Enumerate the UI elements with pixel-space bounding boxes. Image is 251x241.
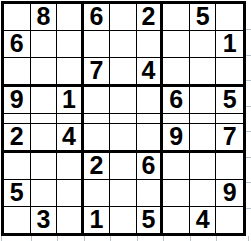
sheet-gridline-stub [137,236,138,241]
sheet-gridline-stub [246,55,251,56]
sudoku-board: 862561749165249726593154 [1,1,246,236]
cell-r6c3[interactable]: 4 [57,124,84,153]
cell-r4c5[interactable] [110,87,137,114]
cell-r4c3[interactable]: 1 [57,87,84,114]
cell-r9c7[interactable] [163,207,190,233]
cell-r8c1[interactable]: 5 [4,180,31,207]
cell-r6c6[interactable] [137,124,164,153]
cell-r7c6[interactable]: 6 [137,153,164,180]
cell-r6c2[interactable] [31,124,58,153]
cell-r7c3[interactable] [57,153,84,180]
cell-r1c4[interactable]: 6 [84,4,111,31]
sheet-gridline-stub [31,236,32,241]
cell-r5c8[interactable] [190,114,217,124]
cell-r3c5[interactable] [110,58,137,87]
cell-r1c6[interactable]: 2 [137,4,164,31]
cell-r2c7[interactable] [163,31,190,58]
cell-r7c7[interactable] [163,153,190,180]
cell-r8c2[interactable] [31,180,58,207]
cell-r2c4[interactable] [84,31,111,58]
cell-r3c2[interactable] [31,58,58,87]
cell-r6c7[interactable]: 9 [163,124,190,153]
cell-r6c1[interactable]: 2 [4,124,31,153]
cell-r7c9[interactable] [216,153,243,180]
cell-r4c6[interactable] [137,87,164,114]
cell-r1c1[interactable] [4,4,31,31]
cell-r7c4[interactable]: 2 [84,153,111,180]
cell-r9c3[interactable] [57,207,84,233]
sheet-gridline-stub [1,236,2,241]
cell-r7c5[interactable] [110,153,137,180]
cell-r9c2[interactable]: 3 [31,207,58,233]
cell-r4c2[interactable] [31,87,58,114]
cell-r3c4[interactable]: 7 [84,58,111,87]
cell-r3c9[interactable] [216,58,243,87]
sheet-gridline-stub [57,236,58,241]
cell-r7c8[interactable] [190,153,217,180]
cell-r3c3[interactable] [57,58,84,87]
cell-r4c9[interactable]: 5 [216,87,243,114]
cell-r8c7[interactable] [163,180,190,207]
cell-r8c6[interactable] [137,180,164,207]
cell-r9c4[interactable]: 1 [84,207,111,233]
cell-r2c9[interactable]: 1 [216,31,243,58]
sheet-gridline-stub [246,208,251,209]
cell-r8c4[interactable] [84,180,111,207]
sheet-gridline-stub [190,236,191,241]
cell-r2c1[interactable]: 6 [4,31,31,58]
cell-r1c5[interactable] [110,4,137,31]
cell-r1c7[interactable] [163,4,190,31]
sheet-gridline-stub [246,106,251,107]
cell-r9c8[interactable]: 4 [190,207,217,233]
cell-r2c8[interactable] [190,31,217,58]
sudoku-screenshot: 862561749165249726593154 [0,0,251,241]
sheet-gridline-stub [163,236,164,241]
sheet-gridline-stub [246,182,251,183]
cell-r9c1[interactable] [4,207,31,233]
cell-r5c4[interactable] [84,114,111,124]
cell-r2c5[interactable] [110,31,137,58]
cell-r5c6[interactable] [137,114,164,124]
cell-r8c5[interactable] [110,180,137,207]
cell-r3c7[interactable] [163,58,190,87]
cell-r5c5[interactable] [110,114,137,124]
cell-r8c3[interactable] [57,180,84,207]
cell-r1c9[interactable] [216,4,243,31]
cell-r9c5[interactable] [110,207,137,233]
cell-r1c3[interactable] [57,4,84,31]
cell-r7c2[interactable] [31,153,58,180]
cell-r2c6[interactable] [137,31,164,58]
cell-r4c4[interactable] [84,87,111,114]
cell-r1c8[interactable]: 5 [190,4,217,31]
sheet-gridline-stub [246,29,251,30]
cell-r3c6[interactable]: 4 [137,58,164,87]
sheet-gridline-stub [246,80,251,81]
cell-r6c5[interactable] [110,124,137,153]
cell-r4c1[interactable]: 9 [4,87,31,114]
sheet-gridline-stub [246,157,251,158]
cell-r1c2[interactable]: 8 [31,4,58,31]
sheet-gridline-stub [246,131,251,132]
sheet-gridline-stub [216,236,217,241]
cell-r6c9[interactable]: 7 [216,124,243,153]
cell-r7c1[interactable] [4,153,31,180]
cell-r6c8[interactable] [190,124,217,153]
sheet-gridline-stub [248,236,249,241]
cell-r8c8[interactable] [190,180,217,207]
cell-r2c3[interactable] [57,31,84,58]
cell-r9c9[interactable] [216,207,243,233]
cell-r3c1[interactable] [4,58,31,87]
cell-r5c2[interactable] [31,114,58,124]
sheet-gridline-stub [84,236,85,241]
cell-r3c8[interactable] [190,58,217,87]
cell-r4c7[interactable]: 6 [163,87,190,114]
cell-r9c6[interactable]: 5 [137,207,164,233]
cell-r2c2[interactable] [31,31,58,58]
cell-r4c8[interactable] [190,87,217,114]
cell-r6c4[interactable] [84,124,111,153]
sheet-gridline-stub [110,236,111,241]
cell-r8c9[interactable]: 9 [216,180,243,207]
